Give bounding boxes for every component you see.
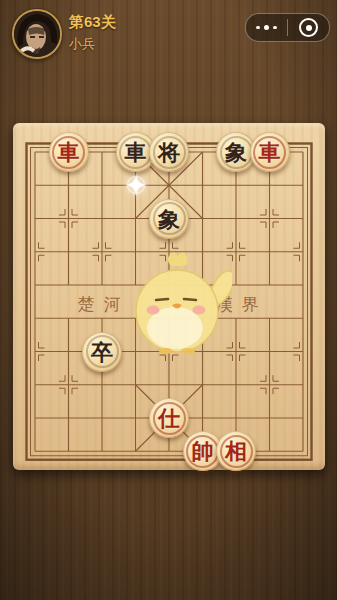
- piece-char: 車: [259, 141, 281, 163]
- piece-black-general[interactable]: 将: [149, 132, 189, 172]
- piece-black-soldier[interactable]: 卒: [82, 332, 122, 372]
- header: 第63关 小兵: [0, 0, 337, 70]
- level-title: 第63关: [69, 13, 116, 32]
- piece-red-chariot-right[interactable]: 車: [250, 132, 290, 172]
- piece-char: 仕: [158, 407, 180, 429]
- dot-icon: [264, 25, 270, 31]
- piece-char: 相: [225, 440, 247, 462]
- circle-dot-icon: [299, 18, 318, 37]
- home-button[interactable]: [288, 14, 329, 41]
- dot-icon: [256, 26, 260, 30]
- piece-char: 車: [58, 141, 80, 163]
- avatar-portrait: [14, 11, 60, 57]
- piece-black-elephant-center[interactable]: 象: [149, 199, 189, 239]
- footer-bar: 锦 15 20步 3DMGAME: [0, 530, 337, 600]
- dot-icon: [273, 26, 277, 30]
- player-label: 小兵: [69, 35, 95, 53]
- piece-char: 将: [158, 141, 180, 163]
- piece-char: 象: [225, 141, 247, 163]
- piece-char: 卒: [91, 341, 113, 363]
- xiangqi-board[interactable]: 楚河 漢界 車車将象車象卒仕帥相: [13, 123, 325, 470]
- avatar[interactable]: [12, 9, 62, 59]
- more-button[interactable]: [246, 14, 287, 41]
- piece-char: 車: [125, 141, 147, 163]
- piece-red-elephant[interactable]: 相: [216, 431, 256, 471]
- piece-red-advisor[interactable]: 仕: [149, 398, 189, 438]
- miniprogram-capsule: [245, 13, 330, 42]
- pieces-layer: 車車将象車象卒仕帥相: [13, 123, 325, 470]
- sparkle-highlight: [122, 171, 150, 199]
- app-screen: 第63关 小兵 楚河 漢界 車車将: [0, 0, 337, 600]
- piece-char: 帥: [192, 440, 214, 462]
- piece-red-chariot-left[interactable]: 車: [49, 132, 89, 172]
- piece-char: 象: [158, 208, 180, 230]
